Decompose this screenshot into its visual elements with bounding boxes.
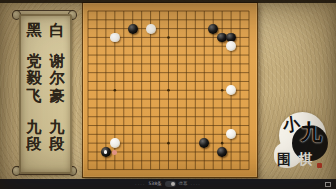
bar-dashes-left: ···· — [135, 182, 145, 187]
fullscreen-icon[interactable] — [325, 182, 331, 188]
black-stone-F17 — [128, 24, 138, 34]
video-frame: 白 谢尔豪 九段 黑 党毅飞 九段 小 九 围 棋 ···· 538条 — [0, 0, 336, 189]
top-letterbox-strip — [0, 0, 336, 3]
scroll-body: 白 谢尔豪 九段 黑 党毅飞 九段 — [19, 14, 72, 174]
logo-char-qi: 棋 — [298, 152, 312, 166]
logo-char-jiu: 九 — [300, 121, 322, 143]
black-player-column: 黑 党毅飞 九段 — [24, 19, 44, 169]
toggle-knob — [171, 182, 176, 187]
logo-char-xiao: 小 — [282, 115, 301, 134]
white-stone-D4 — [110, 138, 120, 148]
player-scroll: 白 谢尔豪 九段 黑 党毅飞 九段 — [11, 9, 77, 175]
black-stone-C3 — [101, 147, 111, 157]
black-player-rank: 九段 — [25, 119, 43, 154]
white-player-column: 白 谢尔豪 九段 — [47, 19, 67, 169]
hint-marker — [112, 150, 117, 155]
channel-logo: 小 九 围 棋 — [274, 108, 336, 180]
go-board — [82, 2, 258, 178]
black-stone-O4 — [199, 138, 209, 148]
black-player-name: 党毅飞 — [25, 53, 43, 106]
black-stone-Q3 — [217, 147, 227, 157]
player-control-bar: ···· 538条 弹幕 ···· — [0, 179, 336, 189]
white-stone-D16 — [110, 33, 120, 43]
white-stone-R10 — [226, 85, 236, 95]
danmaku-count: 538条 — [148, 182, 161, 187]
logo-red-seal — [317, 163, 322, 168]
black-stone-P17 — [208, 24, 218, 34]
stone-layer — [83, 3, 257, 177]
bar-dashes-right: ···· — [191, 182, 201, 187]
black-label: 黑 — [25, 22, 43, 40]
danmaku-label: 弹幕 — [179, 182, 188, 187]
white-label: 白 — [48, 22, 66, 40]
white-stone-R5 — [226, 129, 236, 139]
white-stone-H17 — [146, 24, 156, 34]
white-player-name: 谢尔豪 — [48, 53, 66, 106]
white-player-rank: 九段 — [48, 119, 66, 154]
danmaku-toggle[interactable] — [165, 181, 176, 187]
logo-char-wei: 围 — [277, 152, 291, 166]
white-stone-R15 — [226, 41, 236, 51]
last-move-marker — [104, 150, 107, 153]
